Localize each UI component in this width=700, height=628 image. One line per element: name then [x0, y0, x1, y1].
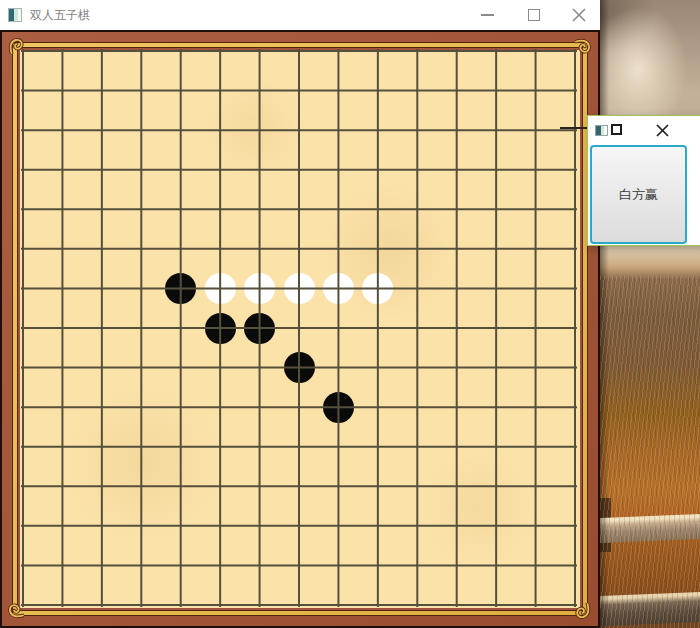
stone-black [244, 313, 275, 344]
board-area [0, 30, 600, 628]
dialog-app-icon [595, 125, 608, 136]
maximize-icon [528, 9, 540, 21]
stone-black [323, 392, 354, 423]
minimize-button[interactable] [465, 0, 510, 30]
fence-rail [594, 592, 700, 627]
stone-black [205, 313, 236, 344]
close-icon [656, 124, 669, 137]
stone-white [284, 273, 315, 304]
minimize-icon [481, 14, 494, 16]
stone-black [284, 352, 315, 383]
corner-ornament-icon [575, 38, 591, 54]
result-message-button[interactable]: 白方赢 [590, 145, 687, 244]
stone-white [205, 273, 236, 304]
window-drop-shadow [600, 0, 609, 628]
dialog-title-bar [588, 116, 700, 145]
title-bar: 双人五子棋 [0, 0, 600, 30]
desktop-wallpaper [600, 0, 700, 628]
stone-white [362, 273, 393, 304]
stone-white [323, 273, 354, 304]
window-title: 双人五子棋 [30, 0, 90, 30]
main-window: 双人五子棋 [0, 0, 600, 628]
corner-ornament-icon [8, 603, 24, 619]
fence-post [600, 498, 611, 552]
dialog-maximize-button[interactable] [611, 124, 622, 135]
stone-black [165, 273, 196, 304]
result-dialog: 白方赢 [587, 115, 700, 246]
fence-rail [595, 514, 700, 544]
corner-ornament-icon [8, 38, 24, 54]
close-icon [572, 8, 586, 22]
app-icon [8, 8, 22, 22]
stones-layer [0, 30, 600, 628]
corner-ornament-icon [575, 603, 591, 619]
stone-white [244, 273, 275, 304]
close-button[interactable] [556, 0, 601, 30]
dialog-close-button[interactable] [654, 122, 670, 138]
maximize-button[interactable] [511, 0, 556, 30]
result-message: 白方赢 [619, 186, 658, 204]
screen: 双人五子棋 [0, 0, 700, 628]
